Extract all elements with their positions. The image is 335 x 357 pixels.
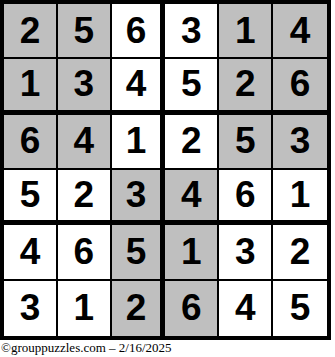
sudoku-board: 256314134526641253523461465132312645 [0,0,331,340]
cell-r3c4[interactable]: 2 [165,115,219,170]
cell-r4c1[interactable]: 5 [4,170,58,225]
cell-r5c2[interactable]: 6 [58,225,112,280]
cell-r5c1[interactable]: 4 [4,225,58,280]
cell-r1c4[interactable]: 3 [165,4,219,59]
cell-r5c3[interactable]: 5 [112,225,166,280]
cell-r1c1[interactable]: 2 [4,4,58,59]
cell-r6c4[interactable]: 6 [165,281,219,336]
cell-r1c3[interactable]: 6 [112,4,166,59]
cell-r1c6[interactable]: 4 [273,4,327,59]
cell-r6c2[interactable]: 1 [58,281,112,336]
cell-r3c3[interactable]: 1 [112,115,166,170]
copyright-caption: ©grouppuzzles.com – 2/16/2025 [1,340,335,357]
cell-r3c5[interactable]: 5 [219,115,273,170]
cell-r4c3[interactable]: 3 [112,170,166,225]
cell-r4c6[interactable]: 1 [273,170,327,225]
cell-r2c3[interactable]: 4 [112,59,166,114]
cell-r4c5[interactable]: 6 [219,170,273,225]
sudoku-page: 256314134526641253523461465132312645 ©gr… [0,0,335,357]
cell-r2c2[interactable]: 3 [58,59,112,114]
cell-r2c5[interactable]: 2 [219,59,273,114]
cell-r4c4[interactable]: 4 [165,170,219,225]
cell-r3c2[interactable]: 4 [58,115,112,170]
cell-r6c3[interactable]: 2 [112,281,166,336]
cell-r4c2[interactable]: 2 [58,170,112,225]
cell-r5c5[interactable]: 3 [219,225,273,280]
cell-r6c6[interactable]: 5 [273,281,327,336]
cell-r2c1[interactable]: 1 [4,59,58,114]
cell-r1c5[interactable]: 1 [219,4,273,59]
cell-r1c2[interactable]: 5 [58,4,112,59]
cell-r3c1[interactable]: 6 [4,115,58,170]
cell-r5c6[interactable]: 2 [273,225,327,280]
cell-r5c4[interactable]: 1 [165,225,219,280]
cell-r3c6[interactable]: 3 [273,115,327,170]
cell-r6c1[interactable]: 3 [4,281,58,336]
cell-r6c5[interactable]: 4 [219,281,273,336]
cell-r2c6[interactable]: 6 [273,59,327,114]
cell-r2c4[interactable]: 5 [165,59,219,114]
